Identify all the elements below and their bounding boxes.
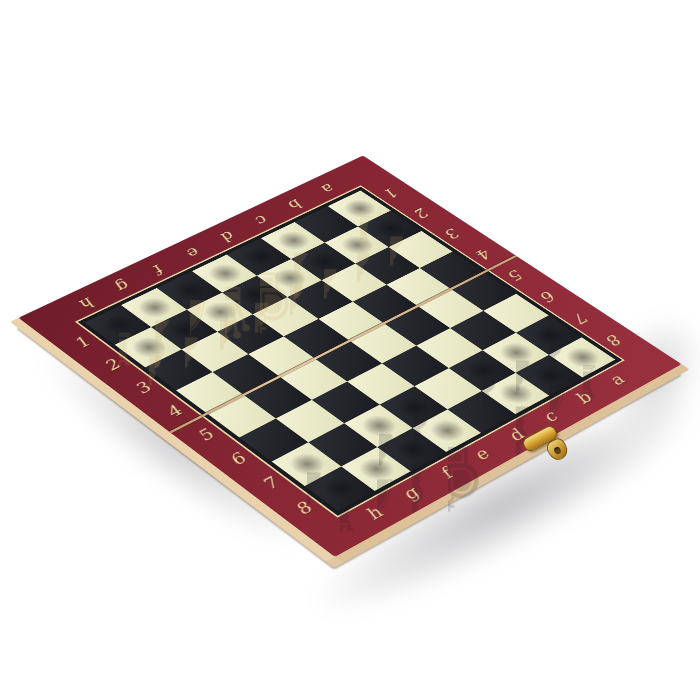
product-photo-stage: hgfedcba hgfedcba 12345678 12345678 ♜♜♝♝… (0, 0, 700, 700)
perspective-scene: hgfedcba hgfedcba 12345678 12345678 ♜♜♝♝… (99, 90, 601, 592)
black-rook-icon: ♜ (276, 444, 403, 488)
clasp (518, 419, 578, 469)
piece-black-rook-h8: ♜♜ (305, 466, 375, 511)
clasp-hole-icon (553, 446, 562, 455)
white-pawn-icon: ♟ (88, 307, 209, 347)
board-tilt-wrapper: hgfedcba hgfedcba 12345678 12345678 ♜♜♝♝… (99, 90, 601, 592)
